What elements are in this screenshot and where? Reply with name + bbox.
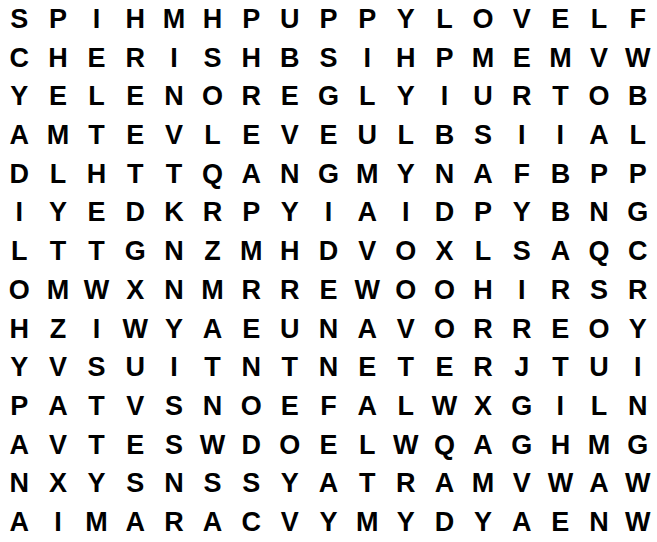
cell-r3c17[interactable]: B: [618, 77, 657, 116]
cell-r12c15[interactable]: H: [541, 426, 580, 465]
cell-r7c2[interactable]: T: [39, 232, 78, 271]
cell-r1c12[interactable]: L: [425, 0, 464, 39]
cell-r10c6[interactable]: T: [193, 348, 232, 387]
cell-r12c7[interactable]: D: [232, 426, 271, 465]
cell-r7c6[interactable]: Z: [193, 232, 232, 271]
cell-r12c2[interactable]: V: [39, 426, 78, 465]
cell-r13c3[interactable]: Y: [77, 465, 116, 504]
cell-r12c13[interactable]: A: [464, 426, 503, 465]
cell-r9c5[interactable]: Y: [155, 310, 194, 349]
cell-r2c1[interactable]: C: [0, 39, 39, 78]
word-search-page: SPIHMHPUPPYLOVELFCHERISHBSIHPMEMVWYELENO…: [0, 0, 657, 542]
cell-r10c8[interactable]: T: [271, 348, 310, 387]
cell-r14c13[interactable]: Y: [464, 503, 503, 542]
cell-r11c16[interactable]: L: [580, 387, 619, 426]
cell-r1c16[interactable]: L: [580, 0, 619, 39]
cell-r6c9[interactable]: I: [309, 194, 348, 233]
cell-r7c16[interactable]: Q: [580, 232, 619, 271]
cell-r3c8[interactable]: E: [271, 77, 310, 116]
cell-r5c9[interactable]: G: [309, 155, 348, 194]
cell-r9c4[interactable]: W: [116, 310, 155, 349]
cell-r10c14[interactable]: J: [502, 348, 541, 387]
cell-r14c1[interactable]: A: [0, 503, 39, 542]
cell-r11c7[interactable]: O: [232, 387, 271, 426]
cell-r13c7[interactable]: S: [232, 465, 271, 504]
cell-r8c14[interactable]: I: [502, 271, 541, 310]
cell-r4c13[interactable]: S: [464, 116, 503, 155]
cell-r1c5[interactable]: M: [155, 0, 194, 39]
cell-r4c1[interactable]: A: [0, 116, 39, 155]
cell-r9c7[interactable]: E: [232, 310, 271, 349]
cell-r7c9[interactable]: D: [309, 232, 348, 271]
cell-r7c8[interactable]: H: [271, 232, 310, 271]
cell-r4c10[interactable]: U: [348, 116, 387, 155]
cell-r2c9[interactable]: S: [309, 39, 348, 78]
cell-r14c11[interactable]: Y: [386, 503, 425, 542]
cell-r12c1[interactable]: A: [0, 426, 39, 465]
cell-r3c16[interactable]: O: [580, 77, 619, 116]
cell-r1c10[interactable]: P: [348, 0, 387, 39]
cell-r4c8[interactable]: V: [271, 116, 310, 155]
cell-r6c5[interactable]: K: [155, 194, 194, 233]
cell-r11c13[interactable]: X: [464, 387, 503, 426]
cell-r9c2[interactable]: Z: [39, 310, 78, 349]
cell-r4c14[interactable]: I: [502, 116, 541, 155]
cell-r9c3[interactable]: I: [77, 310, 116, 349]
cell-r3c12[interactable]: I: [425, 77, 464, 116]
cell-r12c5[interactable]: S: [155, 426, 194, 465]
cell-r8c12[interactable]: O: [425, 271, 464, 310]
cell-r10c7[interactable]: N: [232, 348, 271, 387]
cell-r3c7[interactable]: R: [232, 77, 271, 116]
cell-r7c3[interactable]: T: [77, 232, 116, 271]
cell-r1c15[interactable]: E: [541, 0, 580, 39]
cell-r6c17[interactable]: G: [618, 194, 657, 233]
cell-r8c7[interactable]: R: [232, 271, 271, 310]
cell-r7c4[interactable]: G: [116, 232, 155, 271]
cell-r12c16[interactable]: M: [580, 426, 619, 465]
cell-r14c14[interactable]: A: [502, 503, 541, 542]
cell-r2c4[interactable]: R: [116, 39, 155, 78]
cell-r8c16[interactable]: S: [580, 271, 619, 310]
cell-r7c7[interactable]: M: [232, 232, 271, 271]
cell-r2c17[interactable]: W: [618, 39, 657, 78]
cell-r11c9[interactable]: F: [309, 387, 348, 426]
cell-r6c7[interactable]: P: [232, 194, 271, 233]
cell-r4c5[interactable]: V: [155, 116, 194, 155]
cell-r14c6[interactable]: A: [193, 503, 232, 542]
cell-r1c9[interactable]: P: [309, 0, 348, 39]
cell-r14c12[interactable]: D: [425, 503, 464, 542]
cell-r14c7[interactable]: C: [232, 503, 271, 542]
cell-r3c13[interactable]: U: [464, 77, 503, 116]
cell-r4c15[interactable]: I: [541, 116, 580, 155]
cell-r12c9[interactable]: E: [309, 426, 348, 465]
cell-r11c6[interactable]: N: [193, 387, 232, 426]
cell-r8c10[interactable]: W: [348, 271, 387, 310]
cell-r5c3[interactable]: H: [77, 155, 116, 194]
cell-r13c12[interactable]: A: [425, 465, 464, 504]
cell-r14c15[interactable]: E: [541, 503, 580, 542]
cell-r8c2[interactable]: M: [39, 271, 78, 310]
cell-r7c12[interactable]: X: [425, 232, 464, 271]
cell-r14c9[interactable]: Y: [309, 503, 348, 542]
cell-r5c17[interactable]: P: [618, 155, 657, 194]
cell-r2c5[interactable]: I: [155, 39, 194, 78]
cell-r6c2[interactable]: Y: [39, 194, 78, 233]
cell-r8c15[interactable]: R: [541, 271, 580, 310]
cell-r4c2[interactable]: M: [39, 116, 78, 155]
cell-r7c1[interactable]: L: [0, 232, 39, 271]
cell-r9c6[interactable]: A: [193, 310, 232, 349]
cell-r1c17[interactable]: F: [618, 0, 657, 39]
cell-r7c11[interactable]: O: [386, 232, 425, 271]
cell-r13c14[interactable]: V: [502, 465, 541, 504]
cell-r6c15[interactable]: B: [541, 194, 580, 233]
cell-r4c6[interactable]: L: [193, 116, 232, 155]
cell-r4c4[interactable]: E: [116, 116, 155, 155]
cell-r14c4[interactable]: A: [116, 503, 155, 542]
cell-r4c3[interactable]: T: [77, 116, 116, 155]
cell-r11c4[interactable]: V: [116, 387, 155, 426]
cell-r1c3[interactable]: I: [77, 0, 116, 39]
cell-r3c1[interactable]: Y: [0, 77, 39, 116]
cell-r1c13[interactable]: O: [464, 0, 503, 39]
cell-r3c5[interactable]: N: [155, 77, 194, 116]
cell-r6c11[interactable]: I: [386, 194, 425, 233]
cell-r12c6[interactable]: W: [193, 426, 232, 465]
word-search-grid: SPIHMHPUPPYLOVELFCHERISHBSIHPMEMVWYELENO…: [0, 0, 657, 542]
cell-r5c14[interactable]: F: [502, 155, 541, 194]
cell-r8c9[interactable]: E: [309, 271, 348, 310]
cell-r5c11[interactable]: Y: [386, 155, 425, 194]
cell-r7c10[interactable]: V: [348, 232, 387, 271]
cell-r2c13[interactable]: M: [464, 39, 503, 78]
cell-r5c7[interactable]: A: [232, 155, 271, 194]
cell-r3c14[interactable]: R: [502, 77, 541, 116]
cell-r3c10[interactable]: L: [348, 77, 387, 116]
cell-r7c13[interactable]: L: [464, 232, 503, 271]
cell-r2c14[interactable]: E: [502, 39, 541, 78]
cell-r4c16[interactable]: A: [580, 116, 619, 155]
cell-r2c10[interactable]: I: [348, 39, 387, 78]
cell-r13c16[interactable]: A: [580, 465, 619, 504]
cell-r12c14[interactable]: G: [502, 426, 541, 465]
cell-r7c14[interactable]: S: [502, 232, 541, 271]
cell-r14c10[interactable]: M: [348, 503, 387, 542]
cell-r9c14[interactable]: R: [502, 310, 541, 349]
cell-r11c10[interactable]: A: [348, 387, 387, 426]
cell-r5c15[interactable]: B: [541, 155, 580, 194]
cell-r11c15[interactable]: I: [541, 387, 580, 426]
cell-r8c8[interactable]: R: [271, 271, 310, 310]
cell-r10c13[interactable]: R: [464, 348, 503, 387]
cell-r1c14[interactable]: V: [502, 0, 541, 39]
cell-r9c10[interactable]: A: [348, 310, 387, 349]
cell-r6c6[interactable]: R: [193, 194, 232, 233]
cell-r5c6[interactable]: Q: [193, 155, 232, 194]
cell-r1c8[interactable]: U: [271, 0, 310, 39]
cell-r14c8[interactable]: V: [271, 503, 310, 542]
cell-r6c4[interactable]: D: [116, 194, 155, 233]
cell-r13c17[interactable]: W: [618, 465, 657, 504]
cell-r9c1[interactable]: H: [0, 310, 39, 349]
cell-r3c3[interactable]: L: [77, 77, 116, 116]
cell-r6c12[interactable]: D: [425, 194, 464, 233]
cell-r1c11[interactable]: Y: [386, 0, 425, 39]
cell-r2c11[interactable]: H: [386, 39, 425, 78]
cell-r1c2[interactable]: P: [39, 0, 78, 39]
cell-r8c6[interactable]: M: [193, 271, 232, 310]
cell-r7c15[interactable]: A: [541, 232, 580, 271]
cell-r2c6[interactable]: S: [193, 39, 232, 78]
cell-r5c8[interactable]: N: [271, 155, 310, 194]
cell-r11c8[interactable]: E: [271, 387, 310, 426]
cell-r13c4[interactable]: S: [116, 465, 155, 504]
cell-r6c8[interactable]: Y: [271, 194, 310, 233]
cell-r10c5[interactable]: I: [155, 348, 194, 387]
cell-r12c17[interactable]: G: [618, 426, 657, 465]
cell-r10c17[interactable]: I: [618, 348, 657, 387]
cell-r3c15[interactable]: T: [541, 77, 580, 116]
cell-r1c4[interactable]: H: [116, 0, 155, 39]
cell-r4c12[interactable]: B: [425, 116, 464, 155]
cell-r4c17[interactable]: L: [618, 116, 657, 155]
cell-r5c13[interactable]: A: [464, 155, 503, 194]
cell-r1c6[interactable]: H: [193, 0, 232, 39]
cell-r14c16[interactable]: N: [580, 503, 619, 542]
cell-r10c1[interactable]: Y: [0, 348, 39, 387]
cell-r11c17[interactable]: N: [618, 387, 657, 426]
cell-r2c7[interactable]: H: [232, 39, 271, 78]
cell-r12c11[interactable]: W: [386, 426, 425, 465]
cell-r5c4[interactable]: T: [116, 155, 155, 194]
cell-r14c2[interactable]: I: [39, 503, 78, 542]
cell-r13c13[interactable]: M: [464, 465, 503, 504]
cell-r8c11[interactable]: O: [386, 271, 425, 310]
cell-r13c6[interactable]: S: [193, 465, 232, 504]
cell-r9c15[interactable]: E: [541, 310, 580, 349]
cell-r6c16[interactable]: N: [580, 194, 619, 233]
cell-r6c10[interactable]: A: [348, 194, 387, 233]
cell-r8c4[interactable]: X: [116, 271, 155, 310]
cell-r13c5[interactable]: N: [155, 465, 194, 504]
cell-r3c11[interactable]: Y: [386, 77, 425, 116]
cell-r13c11[interactable]: R: [386, 465, 425, 504]
cell-r11c14[interactable]: G: [502, 387, 541, 426]
cell-r11c1[interactable]: P: [0, 387, 39, 426]
cell-r8c17[interactable]: R: [618, 271, 657, 310]
cell-r14c17[interactable]: W: [618, 503, 657, 542]
cell-r10c9[interactable]: N: [309, 348, 348, 387]
cell-r5c1[interactable]: D: [0, 155, 39, 194]
cell-r5c10[interactable]: M: [348, 155, 387, 194]
cell-r9c12[interactable]: O: [425, 310, 464, 349]
cell-r9c9[interactable]: N: [309, 310, 348, 349]
cell-r10c2[interactable]: V: [39, 348, 78, 387]
cell-r12c12[interactable]: Q: [425, 426, 464, 465]
cell-r9c11[interactable]: V: [386, 310, 425, 349]
cell-r9c8[interactable]: U: [271, 310, 310, 349]
cell-r13c2[interactable]: X: [39, 465, 78, 504]
cell-r11c12[interactable]: W: [425, 387, 464, 426]
cell-r4c9[interactable]: E: [309, 116, 348, 155]
cell-r10c12[interactable]: E: [425, 348, 464, 387]
cell-r13c1[interactable]: N: [0, 465, 39, 504]
cell-r2c2[interactable]: H: [39, 39, 78, 78]
cell-r1c7[interactable]: P: [232, 0, 271, 39]
cell-r7c17[interactable]: C: [618, 232, 657, 271]
cell-r11c11[interactable]: L: [386, 387, 425, 426]
cell-r2c8[interactable]: B: [271, 39, 310, 78]
cell-r3c9[interactable]: G: [309, 77, 348, 116]
cell-r12c10[interactable]: L: [348, 426, 387, 465]
cell-r2c12[interactable]: P: [425, 39, 464, 78]
cell-r4c11[interactable]: L: [386, 116, 425, 155]
cell-r6c1[interactable]: I: [0, 194, 39, 233]
cell-r10c15[interactable]: T: [541, 348, 580, 387]
cell-r10c16[interactable]: U: [580, 348, 619, 387]
cell-r10c11[interactable]: T: [386, 348, 425, 387]
cell-r4c7[interactable]: E: [232, 116, 271, 155]
cell-r11c5[interactable]: S: [155, 387, 194, 426]
cell-r9c16[interactable]: O: [580, 310, 619, 349]
cell-r5c16[interactable]: P: [580, 155, 619, 194]
cell-r13c9[interactable]: A: [309, 465, 348, 504]
cell-r12c4[interactable]: E: [116, 426, 155, 465]
cell-r2c16[interactable]: V: [580, 39, 619, 78]
cell-r9c13[interactable]: R: [464, 310, 503, 349]
cell-r5c12[interactable]: N: [425, 155, 464, 194]
cell-r12c3[interactable]: T: [77, 426, 116, 465]
cell-r2c3[interactable]: E: [77, 39, 116, 78]
cell-r5c5[interactable]: T: [155, 155, 194, 194]
cell-r13c15[interactable]: W: [541, 465, 580, 504]
cell-r6c13[interactable]: P: [464, 194, 503, 233]
cell-r5c2[interactable]: L: [39, 155, 78, 194]
cell-r8c5[interactable]: N: [155, 271, 194, 310]
cell-r8c13[interactable]: H: [464, 271, 503, 310]
cell-r3c4[interactable]: E: [116, 77, 155, 116]
cell-r10c3[interactable]: S: [77, 348, 116, 387]
cell-r1c1[interactable]: S: [0, 0, 39, 39]
cell-r13c8[interactable]: Y: [271, 465, 310, 504]
cell-r14c5[interactable]: R: [155, 503, 194, 542]
cell-r2c15[interactable]: M: [541, 39, 580, 78]
cell-r8c1[interactable]: O: [0, 271, 39, 310]
cell-r13c10[interactable]: T: [348, 465, 387, 504]
cell-r3c2[interactable]: E: [39, 77, 78, 116]
cell-r10c10[interactable]: E: [348, 348, 387, 387]
cell-r7c5[interactable]: N: [155, 232, 194, 271]
cell-r6c3[interactable]: E: [77, 194, 116, 233]
cell-r6c14[interactable]: Y: [502, 194, 541, 233]
cell-r10c4[interactable]: U: [116, 348, 155, 387]
cell-r12c8[interactable]: O: [271, 426, 310, 465]
cell-r8c3[interactable]: W: [77, 271, 116, 310]
cell-r9c17[interactable]: Y: [618, 310, 657, 349]
cell-r3c6[interactable]: O: [193, 77, 232, 116]
cell-r11c3[interactable]: T: [77, 387, 116, 426]
cell-r14c3[interactable]: M: [77, 503, 116, 542]
cell-r11c2[interactable]: A: [39, 387, 78, 426]
